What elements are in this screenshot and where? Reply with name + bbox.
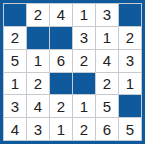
blocked-cell xyxy=(4,4,26,26)
puzzle-cell-r3-c2[interactable]: 1 xyxy=(27,50,49,72)
puzzle-cell-r6-c1[interactable]: 4 xyxy=(4,118,26,140)
puzzle-cell-r3-c6[interactable]: 3 xyxy=(119,50,141,72)
puzzle-cell-r1-c4[interactable]: 1 xyxy=(73,4,95,26)
puzzle-cell-r5-c4[interactable]: 1 xyxy=(73,95,95,117)
puzzle-board: 24132312516243122134215431265 xyxy=(0,0,145,144)
puzzle-cell-r4-c6[interactable]: 1 xyxy=(119,73,141,95)
puzzle-cell-r5-c1[interactable]: 3 xyxy=(4,95,26,117)
puzzle-cell-r5-c5[interactable]: 5 xyxy=(96,95,118,117)
puzzle-cell-r5-c2[interactable]: 4 xyxy=(27,95,49,117)
blocked-cell xyxy=(50,27,72,49)
puzzle-cell-r6-c4[interactable]: 2 xyxy=(73,118,95,140)
puzzle-cell-r2-c6[interactable]: 2 xyxy=(119,27,141,49)
puzzle-cell-r6-c5[interactable]: 6 xyxy=(96,118,118,140)
blocked-cell xyxy=(73,73,95,95)
puzzle-cell-r2-c1[interactable]: 2 xyxy=(4,27,26,49)
puzzle-cell-r2-c4[interactable]: 3 xyxy=(73,27,95,49)
puzzle-cell-r4-c2[interactable]: 2 xyxy=(27,73,49,95)
puzzle-cell-r5-c3[interactable]: 2 xyxy=(50,95,72,117)
puzzle-cell-r3-c1[interactable]: 5 xyxy=(4,50,26,72)
puzzle-cell-r3-c4[interactable]: 2 xyxy=(73,50,95,72)
puzzle-cell-r6-c2[interactable]: 3 xyxy=(27,118,49,140)
puzzle-cell-r3-c3[interactable]: 6 xyxy=(50,50,72,72)
blocked-cell xyxy=(119,95,141,117)
blocked-cell xyxy=(27,27,49,49)
puzzle-cell-r6-c3[interactable]: 1 xyxy=(50,118,72,140)
blocked-cell xyxy=(50,73,72,95)
puzzle-cell-r6-c6[interactable]: 5 xyxy=(119,118,141,140)
puzzle-cell-r1-c2[interactable]: 2 xyxy=(27,4,49,26)
blocked-cell xyxy=(119,4,141,26)
puzzle-cell-r4-c5[interactable]: 2 xyxy=(96,73,118,95)
puzzle-cell-r2-c5[interactable]: 1 xyxy=(96,27,118,49)
puzzle-cell-r1-c5[interactable]: 3 xyxy=(96,4,118,26)
puzzle-cell-r3-c5[interactable]: 4 xyxy=(96,50,118,72)
puzzle-cell-r1-c3[interactable]: 4 xyxy=(50,4,72,26)
puzzle-cell-r4-c1[interactable]: 1 xyxy=(4,73,26,95)
